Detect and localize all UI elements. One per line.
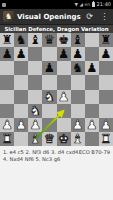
moves-line-2: 4. Nxd4 Nf6 5. Nc3 g6 [3,156,60,162]
piece-white-pawn: ♟ [72,117,83,131]
piece-black-pawn: ♟ [100,47,111,61]
square-e6[interactable] [57,61,71,75]
piece-white-rook: ♜ [100,131,111,145]
square-g4[interactable] [85,90,99,104]
piece-white-knight: ♞ [30,103,41,117]
square-g5[interactable] [85,75,99,89]
piece-white-pawn: ♟ [16,117,27,131]
square-a1[interactable]: ♜ [0,132,14,146]
square-g1[interactable] [85,132,99,146]
piece-black-king: ♚ [58,33,69,47]
piece-black-pawn: ♟ [58,47,69,61]
square-f4[interactable] [71,90,85,104]
piece-white-pawn: ♟ [58,89,69,103]
refresh-button[interactable]: ⟳ [84,12,96,21]
square-h1[interactable]: ♜ [99,132,113,146]
square-f1[interactable]: ♝ [71,132,85,146]
square-e7[interactable]: ♟ [57,47,71,61]
piece-black-bishop: ♝ [72,33,83,47]
square-a5[interactable] [0,75,14,89]
square-d3[interactable] [42,104,56,118]
piece-black-knight: ♞ [72,61,83,75]
square-b5[interactable] [14,75,28,89]
square-h4[interactable] [99,90,113,104]
piece-black-queen: ♛ [44,33,55,47]
square-e4[interactable]: ♟ [57,90,71,104]
square-h7[interactable]: ♟ [99,47,113,61]
square-d6[interactable]: ♟ [42,61,56,75]
square-f5[interactable] [71,75,85,89]
piece-white-pawn: ♟ [100,117,111,131]
piece-black-pawn: ♟ [86,61,97,75]
piece-black-pawn: ♟ [16,47,27,61]
square-a6[interactable] [0,61,14,75]
piece-white-bishop: ♝ [72,131,83,145]
status-time: 21:40 [97,0,111,9]
square-h5[interactable] [99,75,113,89]
piece-white-king: ♚ [58,131,69,145]
notification-icon [2,3,6,7]
square-c7[interactable] [28,47,42,61]
square-b2[interactable]: ♟ [14,118,28,132]
piece-black-knight: ♞ [16,33,27,47]
wifi-icon: ▼ [75,0,78,9]
square-c5[interactable] [28,75,42,89]
square-g6[interactable]: ♟ [85,61,99,75]
board-container: ♜♞♝♛♚♝♜♟♟♟♟♟♟♞♟♞♟♞♟♟♟♟♟♟♜♝♛♚♝♜ [0,33,113,146]
square-b7[interactable]: ♟ [14,47,28,61]
piece-black-pawn: ♟ [72,47,83,61]
piece-white-bishop: ♝ [30,131,41,145]
piece-white-pawn: ♟ [86,117,97,131]
piece-black-rook: ♜ [100,33,111,47]
piece-black-pawn: ♟ [44,61,55,75]
piece-white-knight: ♞ [44,89,55,103]
square-b1[interactable] [14,132,28,146]
square-c8[interactable]: ♝ [28,33,42,47]
app-bar: ♞ Visual Openings ⟳ ⋮ [0,9,113,25]
square-e3[interactable] [57,104,71,118]
square-c1[interactable]: ♝ [28,132,42,146]
eco-code: ECO B70-79 [79,149,110,156]
signal-icon: ◢ [79,0,82,9]
square-g2[interactable]: ♟ [85,118,99,132]
keyboard-layout-label: en [84,0,90,9]
piece-black-rook: ♜ [1,33,12,47]
status-bar: ▼ ◢ en 21:40 [0,0,113,9]
piece-white-pawn: ♟ [30,117,41,131]
square-b4[interactable] [14,90,28,104]
piece-white-queen: ♛ [44,131,55,145]
square-a4[interactable] [0,90,14,104]
square-f6[interactable]: ♞ [71,61,85,75]
square-a7[interactable]: ♟ [0,47,14,61]
square-d1[interactable]: ♛ [42,132,56,146]
battery-icon [92,2,96,7]
square-b6[interactable] [14,61,28,75]
square-g8[interactable] [85,33,99,47]
square-e1[interactable]: ♚ [57,132,71,146]
square-d8[interactable]: ♛ [42,33,56,47]
moves-panel: 1. e4 c5 2. Nf3 d6 3. d4 cxd4 ECO B70-79… [0,146,113,162]
chess-board: ♜♞♝♛♚♝♜♟♟♟♟♟♟♞♟♞♟♞♟♟♟♟♟♟♜♝♛♚♝♜ [0,33,113,146]
app-title: Visual Openings [17,13,81,21]
app-logo-knight-icon: ♞ [3,11,14,22]
square-h6[interactable] [99,61,113,75]
square-d4[interactable]: ♞ [42,90,56,104]
overflow-menu-button[interactable]: ⋮ [98,12,110,21]
piece-black-bishop: ♝ [30,33,41,47]
piece-white-pawn: ♟ [1,117,12,131]
square-c6[interactable] [28,61,42,75]
piece-white-rook: ♜ [1,131,12,145]
piece-black-pawn: ♟ [1,47,12,61]
